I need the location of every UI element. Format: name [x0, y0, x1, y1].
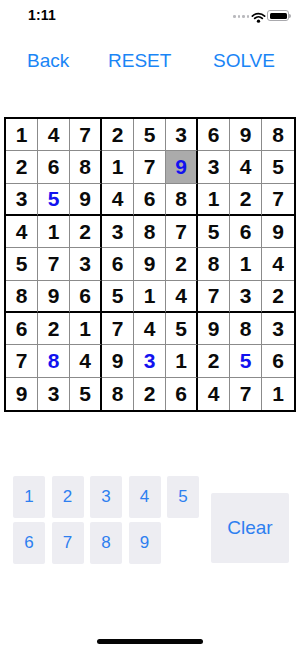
sudoku-cell-R4C9[interactable]: 9: [262, 216, 294, 248]
sudoku-cell-R5C4[interactable]: 6: [102, 248, 134, 280]
sudoku-cell-R3C6[interactable]: 8: [166, 184, 198, 216]
sudoku-cell-R3C5[interactable]: 6: [134, 184, 166, 216]
sudoku-cell-R1C6[interactable]: 3: [166, 119, 198, 151]
status-time: 1:11: [28, 7, 56, 23]
sudoku-cell-R7C2[interactable]: 2: [38, 313, 70, 345]
sudoku-cell-R3C7[interactable]: 1: [198, 184, 230, 216]
numpad-key-5[interactable]: 5: [167, 476, 199, 518]
sudoku-cell-R4C1[interactable]: 4: [6, 216, 38, 248]
sudoku-cell-R6C2[interactable]: 9: [38, 281, 70, 313]
numpad-key-7[interactable]: 7: [52, 522, 84, 564]
sudoku-board: 1472536982681793453594681274123875695736…: [4, 117, 296, 412]
sudoku-cell-R1C8[interactable]: 9: [230, 119, 262, 151]
solve-button[interactable]: SOLVE: [213, 50, 275, 72]
sudoku-cell-R8C2[interactable]: 8: [38, 345, 70, 377]
sudoku-cell-R7C6[interactable]: 5: [166, 313, 198, 345]
sudoku-cell-R9C4[interactable]: 8: [102, 378, 134, 410]
sudoku-cell-R8C4[interactable]: 9: [102, 345, 134, 377]
sudoku-cell-R9C8[interactable]: 7: [230, 378, 262, 410]
sudoku-cell-R6C3[interactable]: 6: [70, 281, 102, 313]
sudoku-cell-R7C8[interactable]: 8: [230, 313, 262, 345]
sudoku-cell-R1C4[interactable]: 2: [102, 119, 134, 151]
sudoku-cell-R5C8[interactable]: 1: [230, 248, 262, 280]
reset-button[interactable]: RESET: [108, 50, 171, 72]
sudoku-cell-R2C5[interactable]: 7: [134, 151, 166, 183]
sudoku-cell-R1C5[interactable]: 5: [134, 119, 166, 151]
sudoku-cell-R4C2[interactable]: 1: [38, 216, 70, 248]
sudoku-cell-R8C7[interactable]: 2: [198, 345, 230, 377]
sudoku-cell-R9C9[interactable]: 1: [262, 378, 294, 410]
numpad-key-4[interactable]: 4: [129, 476, 161, 518]
sudoku-cell-R8C3[interactable]: 4: [70, 345, 102, 377]
sudoku-cell-R8C5[interactable]: 3: [134, 345, 166, 377]
sudoku-cell-R7C3[interactable]: 1: [70, 313, 102, 345]
numpad-key-3[interactable]: 3: [90, 476, 122, 518]
sudoku-cell-R8C9[interactable]: 6: [262, 345, 294, 377]
back-button[interactable]: Back: [27, 50, 69, 72]
sudoku-cell-R5C2[interactable]: 7: [38, 248, 70, 280]
sudoku-cell-R6C9[interactable]: 2: [262, 281, 294, 313]
sudoku-cell-R6C1[interactable]: 8: [6, 281, 38, 313]
sudoku-cell-R2C9[interactable]: 5: [262, 151, 294, 183]
sudoku-cell-R4C4[interactable]: 3: [102, 216, 134, 248]
sudoku-cell-R2C3[interactable]: 8: [70, 151, 102, 183]
sudoku-cell-R6C4[interactable]: 5: [102, 281, 134, 313]
sudoku-cell-R1C9[interactable]: 8: [262, 119, 294, 151]
sudoku-cell-R7C4[interactable]: 7: [102, 313, 134, 345]
sudoku-cell-R3C9[interactable]: 7: [262, 184, 294, 216]
sudoku-cell-R2C7[interactable]: 3: [198, 151, 230, 183]
sudoku-cell-R3C4[interactable]: 4: [102, 184, 134, 216]
sudoku-cell-R5C6[interactable]: 2: [166, 248, 198, 280]
sudoku-cell-R7C1[interactable]: 6: [6, 313, 38, 345]
sudoku-cell-R5C1[interactable]: 5: [6, 248, 38, 280]
cellular-signal-icon: [233, 15, 249, 18]
sudoku-cell-R7C7[interactable]: 9: [198, 313, 230, 345]
sudoku-cell-R8C1[interactable]: 7: [6, 345, 38, 377]
numpad-key-2[interactable]: 2: [52, 476, 84, 518]
sudoku-cell-R3C2[interactable]: 5: [38, 184, 70, 216]
sudoku-cell-R9C1[interactable]: 9: [6, 378, 38, 410]
sudoku-cell-R6C6[interactable]: 4: [166, 281, 198, 313]
sudoku-cell-R9C6[interactable]: 6: [166, 378, 198, 410]
battery-icon: [267, 10, 289, 21]
sudoku-cell-R7C9[interactable]: 3: [262, 313, 294, 345]
sudoku-cell-R2C2[interactable]: 6: [38, 151, 70, 183]
sudoku-cell-R4C3[interactable]: 2: [70, 216, 102, 248]
numpad-key-8[interactable]: 8: [90, 522, 122, 564]
sudoku-cell-R5C7[interactable]: 8: [198, 248, 230, 280]
sudoku-cell-R2C8[interactable]: 4: [230, 151, 262, 183]
sudoku-cell-R4C5[interactable]: 8: [134, 216, 166, 248]
sudoku-cell-R5C9[interactable]: 4: [262, 248, 294, 280]
sudoku-cell-R1C7[interactable]: 6: [198, 119, 230, 151]
status-bar: 1:11: [0, 0, 300, 28]
sudoku-cell-R5C3[interactable]: 3: [70, 248, 102, 280]
sudoku-cell-R8C8[interactable]: 5: [230, 345, 262, 377]
sudoku-cell-R1C1[interactable]: 1: [6, 119, 38, 151]
sudoku-cell-R4C6[interactable]: 7: [166, 216, 198, 248]
sudoku-cell-R2C4[interactable]: 1: [102, 151, 134, 183]
sudoku-cell-R5C5[interactable]: 9: [134, 248, 166, 280]
clear-button[interactable]: Clear: [211, 493, 289, 563]
wifi-icon: [251, 9, 266, 27]
sudoku-cell-R6C8[interactable]: 3: [230, 281, 262, 313]
sudoku-cell-R9C2[interactable]: 3: [38, 378, 70, 410]
sudoku-cell-R7C5[interactable]: 4: [134, 313, 166, 345]
sudoku-cell-R9C7[interactable]: 4: [198, 378, 230, 410]
sudoku-cell-R8C6[interactable]: 1: [166, 345, 198, 377]
home-indicator[interactable]: [97, 639, 203, 644]
numpad-key-1[interactable]: 1: [13, 476, 45, 518]
sudoku-cell-R4C7[interactable]: 5: [198, 216, 230, 248]
sudoku-cell-R6C7[interactable]: 7: [198, 281, 230, 313]
numpad-key-6[interactable]: 6: [13, 522, 45, 564]
sudoku-cell-R2C1[interactable]: 2: [6, 151, 38, 183]
sudoku-cell-R3C3[interactable]: 9: [70, 184, 102, 216]
sudoku-cell-R4C8[interactable]: 6: [230, 216, 262, 248]
sudoku-cell-R6C5[interactable]: 1: [134, 281, 166, 313]
sudoku-cell-R3C8[interactable]: 2: [230, 184, 262, 216]
sudoku-cell-R3C1[interactable]: 3: [6, 184, 38, 216]
sudoku-cell-R9C3[interactable]: 5: [70, 378, 102, 410]
numpad-key-9[interactable]: 9: [129, 522, 161, 564]
sudoku-cell-R9C5[interactable]: 2: [134, 378, 166, 410]
sudoku-cell-R1C2[interactable]: 4: [38, 119, 70, 151]
sudoku-cell-R1C3[interactable]: 7: [70, 119, 102, 151]
sudoku-cell-R2C6[interactable]: 9: [166, 151, 198, 183]
app-screen: 1:11 Back RESET SOLVE 147253698268179345…: [0, 0, 300, 649]
